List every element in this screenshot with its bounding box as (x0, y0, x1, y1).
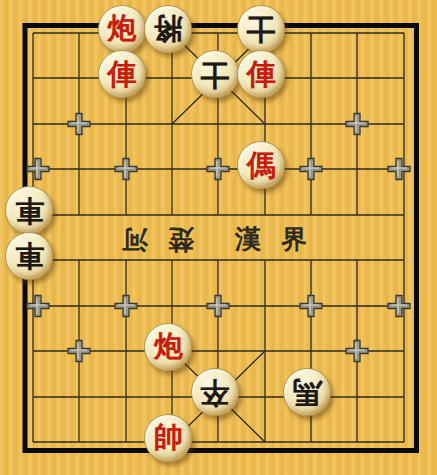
xiangqi-board[interactable]: 楚河 漢界 炮將士俥士俥傌車車炮卒馬帥 (0, 0, 437, 475)
piece-black-soldier-e8[interactable]: 卒 (191, 368, 239, 416)
piece-glyph: 將 (154, 14, 183, 43)
piece-red-general-d9[interactable]: 帥 (144, 414, 192, 462)
piece-red-cannon-c0[interactable]: 炮 (98, 5, 146, 53)
piece-glyph: 傌 (246, 151, 275, 180)
piece-red-chariot-c1[interactable]: 俥 (98, 50, 146, 98)
piece-glyph: 士 (200, 60, 229, 89)
pieces-layer: 炮將士俥士俥傌車車炮卒馬帥 (10, 10, 427, 464)
piece-glyph: 士 (246, 14, 275, 43)
piece-red-horse-f3[interactable]: 傌 (237, 141, 285, 189)
piece-black-advisor-f0[interactable]: 士 (237, 5, 285, 53)
piece-black-advisor-e1[interactable]: 士 (191, 50, 239, 98)
piece-glyph: 俥 (107, 60, 136, 89)
river-text-left: 楚河 (102, 222, 194, 257)
piece-black-general-d0[interactable]: 將 (144, 5, 192, 53)
piece-glyph: 炮 (107, 14, 136, 43)
piece-red-chariot-f1[interactable]: 俥 (237, 50, 285, 98)
piece-black-chariot-a5[interactable]: 車 (5, 232, 53, 280)
river-text-right: 漢界 (235, 222, 327, 257)
piece-glyph: 車 (15, 241, 44, 270)
piece-red-cannon-d7[interactable]: 炮 (144, 323, 192, 371)
piece-glyph: 俥 (246, 60, 275, 89)
piece-black-chariot-a4[interactable]: 車 (5, 186, 53, 234)
piece-glyph: 帥 (154, 423, 183, 452)
piece-glyph: 卒 (200, 378, 229, 407)
piece-black-horse-g8[interactable]: 馬 (283, 368, 331, 416)
piece-glyph: 車 (15, 196, 44, 225)
piece-glyph: 馬 (293, 378, 322, 407)
piece-glyph: 炮 (154, 332, 183, 361)
